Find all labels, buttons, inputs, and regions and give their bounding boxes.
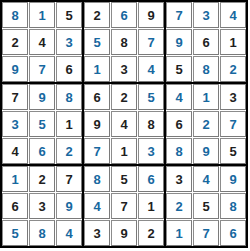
cell-r3c2[interactable]: 7 [29,56,55,82]
cell-r9c7[interactable]: 1 [166,220,192,246]
cell-r3c3[interactable]: 6 [56,56,82,82]
cell-r2c8[interactable]: 6 [193,29,219,55]
cell-r6c4[interactable]: 7 [84,138,110,164]
cell-r8c9[interactable]: 8 [220,193,246,219]
cell-r7c7[interactable]: 3 [166,166,192,192]
cell-r6c8[interactable]: 9 [193,138,219,164]
cell-r3c9[interactable]: 2 [220,56,246,82]
cell-r3c4[interactable]: 1 [84,56,110,82]
cell-r6c7[interactable]: 8 [166,138,192,164]
cell-r5c8[interactable]: 2 [193,111,219,137]
cell-r8c5[interactable]: 7 [111,193,137,219]
cell-r7c1[interactable]: 1 [2,166,28,192]
cell-r1c5[interactable]: 6 [111,2,137,28]
cell-r6c1[interactable]: 4 [2,138,28,164]
cell-r8c7[interactable]: 2 [166,193,192,219]
cell-r1c9[interactable]: 4 [220,2,246,28]
cell-r7c6[interactable]: 6 [138,166,164,192]
cell-r7c4[interactable]: 8 [84,166,110,192]
sudoku-box-7: 127639584 [2,166,82,246]
cell-r8c8[interactable]: 5 [193,193,219,219]
cell-r5c9[interactable]: 7 [220,111,246,137]
cell-r4c1[interactable]: 7 [2,84,28,110]
cell-r5c6[interactable]: 8 [138,111,164,137]
cell-r1c8[interactable]: 3 [193,2,219,28]
cell-r4c9[interactable]: 3 [220,84,246,110]
cell-r5c2[interactable]: 5 [29,111,55,137]
sudoku-box-9: 349258176 [166,166,246,246]
cell-r2c6[interactable]: 7 [138,29,164,55]
cell-r1c4[interactable]: 2 [84,2,110,28]
cell-r4c7[interactable]: 4 [166,84,192,110]
cell-r5c5[interactable]: 4 [111,111,137,137]
cell-r9c6[interactable]: 2 [138,220,164,246]
cell-r3c5[interactable]: 3 [111,56,137,82]
cell-r9c3[interactable]: 4 [56,220,82,246]
cell-r1c7[interactable]: 7 [166,2,192,28]
cell-r9c9[interactable]: 6 [220,220,246,246]
cell-r2c2[interactable]: 4 [29,29,55,55]
cell-r4c2[interactable]: 9 [29,84,55,110]
cell-r4c3[interactable]: 8 [56,84,82,110]
cell-r4c4[interactable]: 6 [84,84,110,110]
cell-r8c1[interactable]: 6 [2,193,28,219]
cell-r2c1[interactable]: 2 [2,29,28,55]
cell-r8c6[interactable]: 1 [138,193,164,219]
cell-r7c8[interactable]: 4 [193,166,219,192]
sudoku-board: 8152439762695871347349615827983514626259… [0,0,248,248]
cell-r7c3[interactable]: 7 [56,166,82,192]
cell-r4c6[interactable]: 5 [138,84,164,110]
cell-r3c6[interactable]: 4 [138,56,164,82]
cell-r1c3[interactable]: 5 [56,2,82,28]
cell-r2c4[interactable]: 5 [84,29,110,55]
sudoku-box-5: 625948713 [84,84,164,164]
cell-r4c8[interactable]: 1 [193,84,219,110]
cell-r9c5[interactable]: 9 [111,220,137,246]
sudoku-box-1: 815243976 [2,2,82,82]
sudoku-box-8: 856471392 [84,166,164,246]
cell-r7c2[interactable]: 2 [29,166,55,192]
cell-r1c2[interactable]: 1 [29,2,55,28]
cell-r7c5[interactable]: 5 [111,166,137,192]
cell-r9c2[interactable]: 8 [29,220,55,246]
cell-r5c1[interactable]: 3 [2,111,28,137]
cell-r2c9[interactable]: 1 [220,29,246,55]
cell-r5c3[interactable]: 1 [56,111,82,137]
cell-r2c3[interactable]: 3 [56,29,82,55]
cell-r6c9[interactable]: 5 [220,138,246,164]
cell-r9c4[interactable]: 3 [84,220,110,246]
cell-r6c5[interactable]: 1 [111,138,137,164]
cell-r3c7[interactable]: 5 [166,56,192,82]
cell-r3c8[interactable]: 8 [193,56,219,82]
cell-r6c3[interactable]: 2 [56,138,82,164]
sudoku-box-4: 798351462 [2,84,82,164]
cell-r5c4[interactable]: 9 [84,111,110,137]
cell-r8c3[interactable]: 9 [56,193,82,219]
cell-r2c5[interactable]: 8 [111,29,137,55]
cell-r4c5[interactable]: 2 [111,84,137,110]
cell-r9c8[interactable]: 7 [193,220,219,246]
cell-r2c7[interactable]: 9 [166,29,192,55]
cell-r5c7[interactable]: 6 [166,111,192,137]
cell-r9c1[interactable]: 5 [2,220,28,246]
sudoku-box-2: 269587134 [84,2,164,82]
sudoku-box-6: 413627895 [166,84,246,164]
cell-r6c6[interactable]: 3 [138,138,164,164]
cell-r8c2[interactable]: 3 [29,193,55,219]
cell-r6c2[interactable]: 6 [29,138,55,164]
cell-r1c1[interactable]: 8 [2,2,28,28]
sudoku-box-3: 734961582 [166,2,246,82]
cell-r3c1[interactable]: 9 [2,56,28,82]
cell-r8c4[interactable]: 4 [84,193,110,219]
cell-r7c9[interactable]: 9 [220,166,246,192]
cell-r1c6[interactable]: 9 [138,2,164,28]
